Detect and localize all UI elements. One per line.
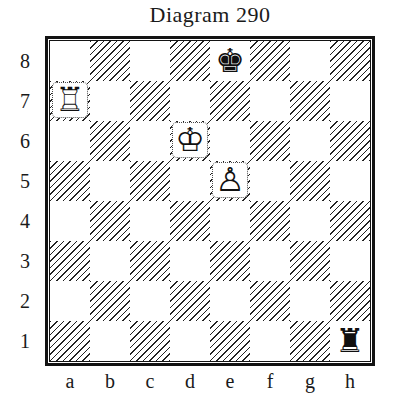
square-c8: [130, 41, 170, 81]
square-g5: [290, 161, 330, 201]
square-e5: ♙: [210, 161, 250, 201]
square-a6: [50, 121, 90, 161]
square-c6: [130, 121, 170, 161]
piece-white-rook-a7: ♖: [52, 82, 88, 118]
chess-diagram-page: Diagram 290 87654321 ♚♖♔♙♜ abcdefgh: [0, 0, 400, 400]
chess-board: ♚♖♔♙♜: [49, 40, 371, 362]
square-f1: [250, 321, 290, 361]
square-b2: [90, 281, 130, 321]
file-label-a: a: [50, 366, 90, 396]
square-h2: [330, 281, 370, 321]
square-g3: [290, 241, 330, 281]
file-label-h: h: [330, 366, 370, 396]
square-f2: [250, 281, 290, 321]
diagram-title: Diagram 290: [45, 2, 375, 28]
square-e4: [210, 201, 250, 241]
square-e1: [210, 321, 250, 361]
file-labels: abcdefgh: [50, 366, 370, 396]
square-f4: [250, 201, 290, 241]
square-d3: [170, 241, 210, 281]
square-b4: [90, 201, 130, 241]
square-d2: [170, 281, 210, 321]
rank-label-5: 5: [12, 161, 38, 201]
rank-label-8: 8: [12, 41, 38, 81]
square-h7: [330, 81, 370, 121]
square-c3: [130, 241, 170, 281]
square-b6: [90, 121, 130, 161]
square-g6: [290, 121, 330, 161]
file-label-c: c: [130, 366, 170, 396]
square-b8: [90, 41, 130, 81]
piece-black-rook-h1: ♜: [335, 324, 365, 357]
square-g8: [290, 41, 330, 81]
square-e3: [210, 241, 250, 281]
square-a4: [50, 201, 90, 241]
square-h4: [330, 201, 370, 241]
square-f8: [250, 41, 290, 81]
square-b1: [90, 321, 130, 361]
square-d7: [170, 81, 210, 121]
piece-black-king-e8: ♚: [215, 44, 245, 77]
square-e8: ♚: [210, 41, 250, 81]
square-c2: [130, 281, 170, 321]
square-a7: ♖: [50, 81, 90, 121]
square-a3: [50, 241, 90, 281]
square-d4: [170, 201, 210, 241]
rank-label-7: 7: [12, 81, 38, 121]
square-d5: [170, 161, 210, 201]
square-h6: [330, 121, 370, 161]
square-c1: [130, 321, 170, 361]
square-f5: [250, 161, 290, 201]
square-a5: [50, 161, 90, 201]
square-h8: [330, 41, 370, 81]
square-a8: [50, 41, 90, 81]
file-label-b: b: [90, 366, 130, 396]
square-c5: [130, 161, 170, 201]
file-label-f: f: [250, 366, 290, 396]
rank-label-1: 1: [12, 321, 38, 361]
square-e7: [210, 81, 250, 121]
file-label-g: g: [290, 366, 330, 396]
square-f3: [250, 241, 290, 281]
piece-white-king-d6: ♔: [172, 122, 208, 158]
rank-label-6: 6: [12, 121, 38, 161]
file-label-d: d: [170, 366, 210, 396]
square-e6: [210, 121, 250, 161]
square-b5: [90, 161, 130, 201]
square-c7: [130, 81, 170, 121]
square-b3: [90, 241, 130, 281]
chess-board-frame: ♚♖♔♙♜: [45, 36, 375, 366]
square-g1: [290, 321, 330, 361]
square-d6: ♔: [170, 121, 210, 161]
piece-white-pawn-e5: ♙: [212, 162, 248, 198]
rank-labels: 87654321: [12, 41, 38, 361]
square-c4: [130, 201, 170, 241]
square-b7: [90, 81, 130, 121]
rank-label-2: 2: [12, 281, 38, 321]
square-e2: [210, 281, 250, 321]
square-h1: ♜: [330, 321, 370, 361]
square-h5: [330, 161, 370, 201]
rank-label-3: 3: [12, 241, 38, 281]
square-d1: [170, 321, 210, 361]
file-label-e: e: [210, 366, 250, 396]
square-f6: [250, 121, 290, 161]
square-d8: [170, 41, 210, 81]
square-g2: [290, 281, 330, 321]
rank-label-4: 4: [12, 201, 38, 241]
square-a1: [50, 321, 90, 361]
square-f7: [250, 81, 290, 121]
square-a2: [50, 281, 90, 321]
square-h3: [330, 241, 370, 281]
square-g7: [290, 81, 330, 121]
square-g4: [290, 201, 330, 241]
